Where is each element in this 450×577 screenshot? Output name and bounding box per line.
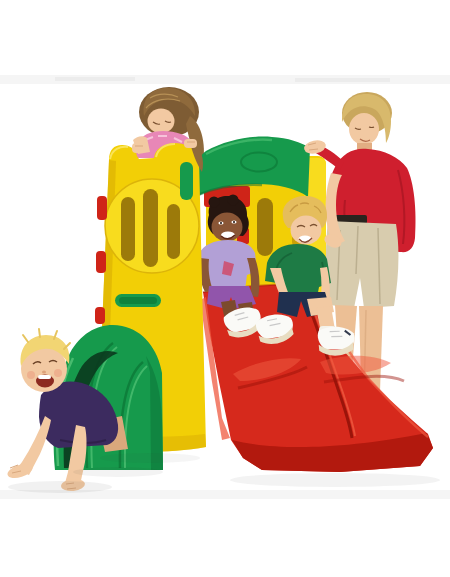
red-tab-2 [96, 251, 106, 273]
shadow-slide [230, 473, 440, 487]
girl-slide-pupil-2 [233, 221, 235, 223]
shadow-panel [100, 453, 200, 463]
green-slot-inner [119, 297, 157, 304]
girl-top-hand-right [184, 139, 197, 148]
rear-hand-slot [257, 198, 273, 256]
artifact-dash [295, 78, 390, 82]
red-tab-1 [97, 196, 107, 220]
toddler-teeth [38, 375, 51, 379]
toddler-cheek [27, 371, 35, 379]
shadow-tunnel [73, 467, 163, 477]
boy-smile [299, 236, 312, 243]
photo-canvas [0, 0, 450, 577]
artifact-dash [55, 77, 135, 81]
green-grip-vertical [180, 162, 193, 200]
woman-face [349, 113, 379, 145]
hand-slot-1 [121, 197, 135, 261]
toddler-cheek-2 [54, 369, 62, 377]
toddler-nose [42, 371, 46, 374]
hand-slot-3 [167, 204, 180, 259]
girl-top-face [148, 109, 175, 134]
girl-slide-pupil [220, 222, 222, 224]
hand-slot-2 [143, 189, 158, 267]
girl-top-hand-left [132, 143, 145, 153]
girl-slide-hair-puff [209, 197, 220, 208]
playset-photo [0, 0, 450, 577]
shadow-toddler [8, 481, 112, 493]
girl-slide-hair-puff-2 [228, 195, 239, 206]
red-tab-3 [95, 307, 105, 324]
